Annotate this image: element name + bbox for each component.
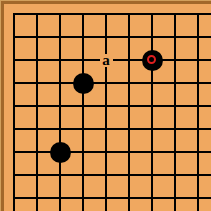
black-stone-circled: [142, 50, 163, 71]
intersection-grid: a: [3, 3, 210, 210]
go-board-diagram: a: [0, 0, 211, 211]
circle-marker-icon: [147, 55, 156, 64]
board-frame-top: [1, 1, 211, 4]
board-frame-left: [1, 1, 4, 211]
black-stone: [50, 142, 71, 163]
black-stone: [73, 73, 94, 94]
point-label-a: a: [100, 54, 113, 67]
